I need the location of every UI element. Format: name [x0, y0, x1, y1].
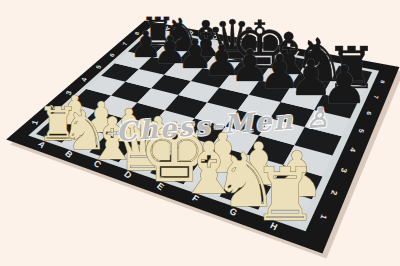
piece-black-pawn-h7: ♟: [321, 54, 368, 115]
chess-board: AA11BB22CC33DD44EE55FF66GG77HH88♜♞♝♛♚♝♞♜…: [0, 0, 400, 266]
photo-background: AA11BB22CC33DD44EE55FF66GG77HH88♜♞♝♛♚♝♞♜…: [0, 0, 400, 266]
piece-white-rook-h1: ♜: [252, 152, 318, 237]
